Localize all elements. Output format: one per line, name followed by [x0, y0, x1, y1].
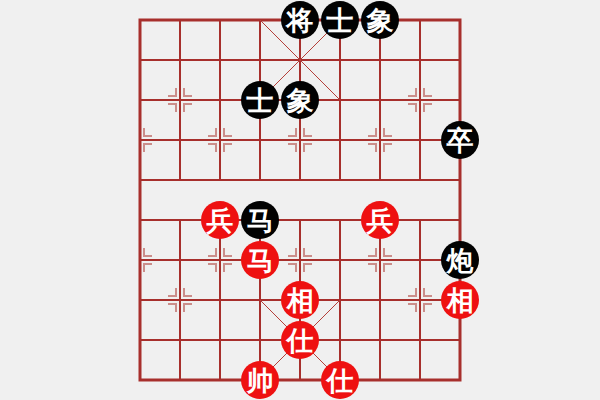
piece-black-cannon[interactable]: 炮: [441, 241, 479, 279]
xiangqi-board: 将士象士象卒兵马兵马炮相相仕帅仕: [0, 0, 600, 400]
piece-red-elephant[interactable]: 相: [441, 281, 479, 319]
piece-black-advisor[interactable]: 士: [241, 81, 279, 119]
board-intersections[interactable]: 将士象士象卒兵马兵马炮相相仕帅仕: [120, 0, 480, 400]
piece-black-elephant[interactable]: 象: [281, 81, 319, 119]
piece-red-pawn[interactable]: 兵: [201, 201, 239, 239]
piece-black-advisor[interactable]: 士: [321, 1, 359, 39]
piece-black-pawn[interactable]: 卒: [441, 121, 479, 159]
piece-black-general[interactable]: 将: [281, 1, 319, 39]
piece-red-pawn[interactable]: 兵: [361, 201, 399, 239]
piece-red-advisor[interactable]: 仕: [321, 361, 359, 399]
piece-red-elephant[interactable]: 相: [281, 281, 319, 319]
piece-red-horse[interactable]: 马: [241, 241, 279, 279]
piece-red-general[interactable]: 帅: [241, 361, 279, 399]
piece-red-advisor[interactable]: 仕: [281, 321, 319, 359]
piece-black-elephant[interactable]: 象: [361, 1, 399, 39]
piece-black-horse[interactable]: 马: [241, 201, 279, 239]
